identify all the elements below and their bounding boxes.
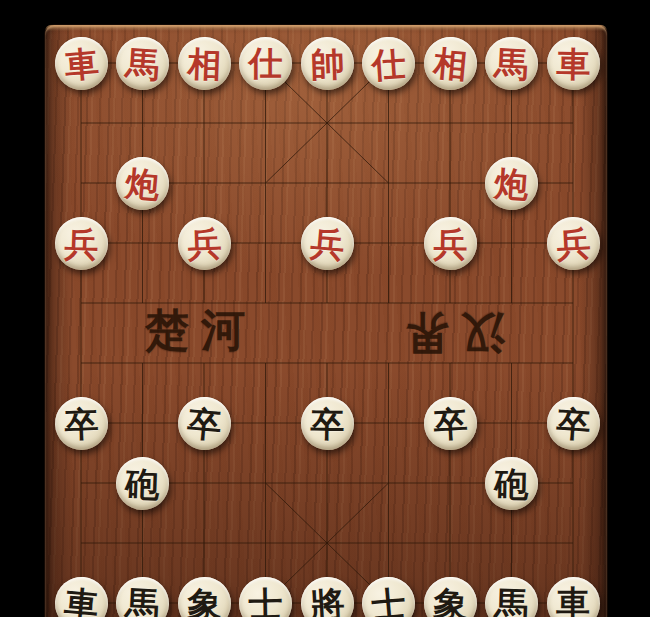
piece-black-砲[interactable]: 砲 [485,456,539,510]
piece-red-兵[interactable]: 兵 [423,216,477,270]
piece-red-帥[interactable]: 帥 [300,36,355,91]
piece-red-仕[interactable]: 仕 [239,37,292,90]
piece-red-兵[interactable]: 兵 [54,216,109,271]
piece-red-相[interactable]: 相 [177,36,232,91]
piece-black-卒[interactable]: 卒 [300,396,354,450]
screenshot-stage: 楚河 汉界 車馬相仕帥仕相馬車炮炮兵兵兵兵兵卒卒卒卒卒砲砲車馬象士將士象馬車 [0,0,650,617]
river-label-chuhe: 楚河 [145,308,257,352]
piece-red-車[interactable]: 車 [546,36,600,90]
xiangqi-board: 楚河 汉界 車馬相仕帥仕相馬車炮炮兵兵兵兵兵卒卒卒卒卒砲砲車馬象士將士象馬車 [45,25,607,617]
board-grid-lines [45,25,607,617]
piece-red-兵[interactable]: 兵 [177,216,232,271]
river-label-hanjie: 汉界 [393,311,505,355]
piece-black-卒[interactable]: 卒 [54,396,109,451]
